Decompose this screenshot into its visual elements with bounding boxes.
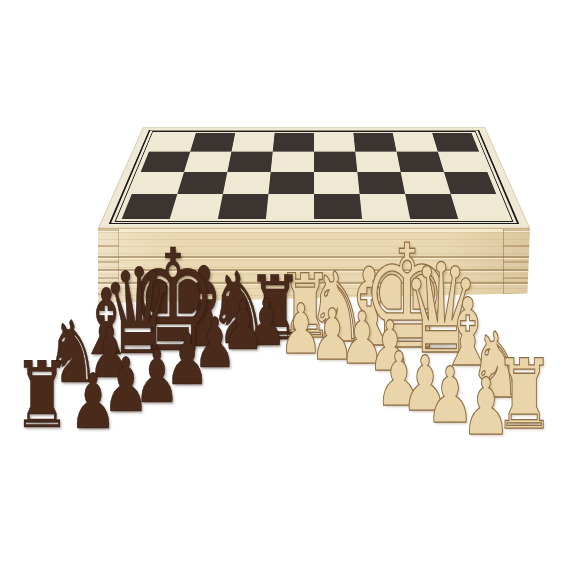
pieces-display: ♜♜♞♞♝♝♚♟♚♟♛♛♝♟♟♟♝♟♟♟♞♟♞♟♟♟♟♟♜♜♟♟: [0, 0, 568, 568]
dark-pawn: ♟: [69, 365, 117, 441]
light-pawn: ♟: [461, 368, 510, 447]
dark-rook: ♜: [13, 350, 70, 441]
product-photo: ♜♜♞♞♝♝♚♟♚♟♛♛♝♟♟♟♝♟♟♟♞♟♞♟♟♟♟♟♜♜♟♟: [0, 0, 568, 568]
